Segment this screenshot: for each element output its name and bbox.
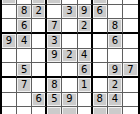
cell-r5c8[interactable] xyxy=(108,49,123,64)
cell-r6c3[interactable] xyxy=(32,63,47,78)
cell-r3c4[interactable]: 7 xyxy=(47,19,62,34)
cell-r9c9[interactable] xyxy=(123,107,138,114)
cell-r6c1[interactable] xyxy=(2,63,17,78)
cell-r2c6[interactable]: 9 xyxy=(78,5,93,20)
cell-r5c5[interactable]: 2 xyxy=(62,49,77,64)
sudoku-board: 82396672894369245697781265984 xyxy=(0,0,140,114)
cell-r6c4[interactable] xyxy=(47,63,62,78)
cell-r4c7[interactable] xyxy=(93,34,108,49)
cell-r6c6[interactable]: 6 xyxy=(78,63,93,78)
cell-r3c8[interactable]: 8 xyxy=(108,19,123,34)
cell-r9c1[interactable] xyxy=(2,107,17,114)
cell-r7c8[interactable]: 2 xyxy=(108,78,123,93)
cell-r3c1[interactable] xyxy=(2,19,17,34)
cell-r8c4[interactable]: 5 xyxy=(47,93,62,108)
cell-r5c4[interactable]: 9 xyxy=(47,49,62,64)
cell-r8c6[interactable] xyxy=(78,93,93,108)
cell-r3c3[interactable] xyxy=(32,19,47,34)
cell-r4c8[interactable]: 6 xyxy=(108,34,123,49)
cell-r5c2[interactable] xyxy=(17,49,32,64)
cell-r9c2[interactable] xyxy=(17,107,32,114)
cell-r8c7[interactable]: 8 xyxy=(93,93,108,108)
cell-r3c2[interactable]: 6 xyxy=(17,19,32,34)
cell-r8c1[interactable] xyxy=(2,93,17,108)
cell-r5c7[interactable] xyxy=(93,49,108,64)
cell-r2c9[interactable] xyxy=(123,5,138,20)
cell-r6c8[interactable]: 9 xyxy=(108,63,123,78)
cell-r3c9[interactable] xyxy=(123,19,138,34)
cell-r3c6[interactable]: 2 xyxy=(78,19,93,34)
cell-r9c8[interactable] xyxy=(108,107,123,114)
cell-r7c2[interactable]: 7 xyxy=(17,78,32,93)
cell-r2c7[interactable]: 6 xyxy=(93,5,108,20)
cell-r5c3[interactable] xyxy=(32,49,47,64)
cell-r3c5[interactable] xyxy=(62,19,77,34)
cell-r8c8[interactable]: 4 xyxy=(108,93,123,108)
cell-r4c4[interactable]: 3 xyxy=(47,34,62,49)
cell-r2c3[interactable]: 2 xyxy=(32,5,47,20)
cell-r8c5[interactable]: 9 xyxy=(62,93,77,108)
cell-r2c4[interactable] xyxy=(47,5,62,20)
cell-r6c5[interactable] xyxy=(62,63,77,78)
cell-r9c6[interactable] xyxy=(78,107,93,114)
cell-r4c6[interactable] xyxy=(78,34,93,49)
cell-r6c9[interactable]: 7 xyxy=(123,63,138,78)
cell-r2c1[interactable] xyxy=(2,5,17,20)
cell-r2c5[interactable]: 3 xyxy=(62,5,77,20)
cell-r8c3[interactable]: 6 xyxy=(32,93,47,108)
cell-r7c3[interactable] xyxy=(32,78,47,93)
cell-r8c2[interactable] xyxy=(17,93,32,108)
cell-r4c3[interactable] xyxy=(32,34,47,49)
cell-r4c9[interactable] xyxy=(123,34,138,49)
cell-r2c8[interactable] xyxy=(108,5,123,20)
cell-r7c4[interactable]: 8 xyxy=(47,78,62,93)
cell-r9c7[interactable] xyxy=(93,107,108,114)
cell-r8c9[interactable] xyxy=(123,93,138,108)
cell-r7c5[interactable] xyxy=(62,78,77,93)
cell-r4c2[interactable]: 4 xyxy=(17,34,32,49)
cell-r9c4[interactable] xyxy=(47,107,62,114)
cell-r5c9[interactable] xyxy=(123,49,138,64)
cell-r6c7[interactable] xyxy=(93,63,108,78)
cell-r4c5[interactable] xyxy=(62,34,77,49)
cell-r7c7[interactable] xyxy=(93,78,108,93)
cell-r7c9[interactable] xyxy=(123,78,138,93)
cell-r7c6[interactable]: 1 xyxy=(78,78,93,93)
cell-r7c1[interactable] xyxy=(2,78,17,93)
cell-r3c7[interactable] xyxy=(93,19,108,34)
cell-r9c5[interactable] xyxy=(62,107,77,114)
sudoku-screenshot: 82396672894369245697781265984 xyxy=(0,0,140,114)
cell-r6c2[interactable]: 5 xyxy=(17,63,32,78)
cell-r5c1[interactable] xyxy=(2,49,17,64)
cell-r4c1[interactable]: 9 xyxy=(2,34,17,49)
cell-r5c6[interactable]: 4 xyxy=(78,49,93,64)
cell-r9c3[interactable] xyxy=(32,107,47,114)
cell-r2c2[interactable]: 8 xyxy=(17,5,32,20)
